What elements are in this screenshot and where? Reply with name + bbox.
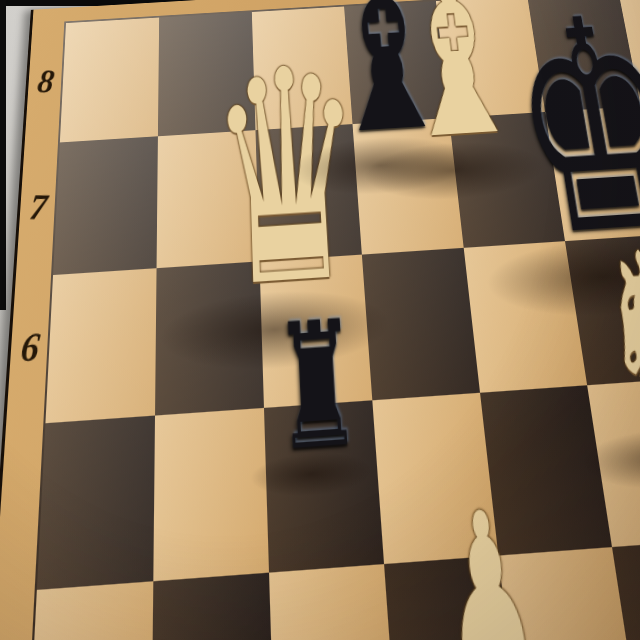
left-edge-strip <box>0 0 6 310</box>
piece-white-pawn-d4[interactable]: ♟ <box>406 482 574 640</box>
pawn-glyph: ♟ <box>433 484 545 640</box>
square-c4[interactable] <box>269 564 397 640</box>
rook-glyph: ♜ <box>272 298 366 477</box>
playing-area: ♛♝♝♚♜♞♟ <box>0 0 640 640</box>
piece-black-rook-c5[interactable]: ♜ <box>247 296 392 479</box>
square-a6[interactable] <box>45 268 156 423</box>
square-a4[interactable] <box>27 581 153 640</box>
rank-label-7: 7 <box>22 186 56 229</box>
rank-label-8: 8 <box>30 62 62 100</box>
rank-label-6: 6 <box>12 324 48 372</box>
square-b4[interactable] <box>151 573 274 640</box>
square-a5[interactable] <box>37 416 155 590</box>
square-a7[interactable] <box>53 136 158 275</box>
photo-frame: 876 ♛♝♝♚♜♞♟ <box>0 0 640 640</box>
knight-glyph: ♞ <box>582 221 640 463</box>
square-a8[interactable] <box>60 18 159 143</box>
chess-board: 876 ♛♝♝♚♜♞♟ <box>0 0 640 640</box>
